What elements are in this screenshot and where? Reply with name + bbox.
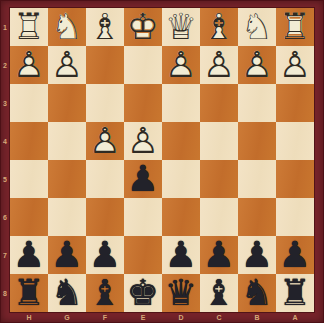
square-c8[interactable]: ♝ (200, 274, 238, 312)
piece-outline: ♙ (238, 46, 276, 84)
file-label-h: H (10, 312, 48, 323)
square-a8[interactable]: ♜ (276, 274, 314, 312)
white-pawn-h2[interactable]: ♟♙ (10, 46, 48, 84)
piece-fill: ♟ (124, 160, 162, 198)
square-c1[interactable]: ♝♗ (200, 8, 238, 46)
black-pawn-c7[interactable]: ♟ (200, 236, 238, 274)
piece-outline: ♘ (238, 8, 276, 46)
piece-fill: ♟ (238, 236, 276, 274)
white-queen-d1[interactable]: ♛♕ (162, 8, 200, 46)
square-h5[interactable] (10, 160, 48, 198)
square-e8[interactable]: ♚ (124, 274, 162, 312)
black-bishop-f8[interactable]: ♝ (86, 274, 124, 312)
piece-outline: ♗ (86, 8, 124, 46)
square-a3[interactable] (276, 84, 314, 122)
piece-fill: ♟ (276, 236, 314, 274)
piece-fill: ♟ (200, 236, 238, 274)
black-pawn-d7[interactable]: ♟ (162, 236, 200, 274)
piece-outline: ♖ (276, 8, 314, 46)
square-d3[interactable] (162, 84, 200, 122)
piece-outline: ♙ (162, 46, 200, 84)
piece-fill: ♛ (162, 274, 200, 312)
square-e4[interactable]: ♟♙ (124, 122, 162, 160)
square-d7[interactable]: ♟ (162, 236, 200, 274)
square-b2[interactable]: ♟♙ (238, 46, 276, 84)
black-pawn-e5[interactable]: ♟ (124, 160, 162, 198)
square-h2[interactable]: ♟♙ (10, 46, 48, 84)
square-c5[interactable] (200, 160, 238, 198)
white-king-e1[interactable]: ♚♔ (124, 8, 162, 46)
square-h7[interactable]: ♟ (10, 236, 48, 274)
black-bishop-c8[interactable]: ♝ (200, 274, 238, 312)
rank-label-6: 6 (0, 198, 10, 236)
piece-outline: ♙ (200, 46, 238, 84)
square-g6[interactable] (48, 198, 86, 236)
rank-label-1: 1 (0, 8, 10, 46)
piece-fill: ♜ (276, 274, 314, 312)
square-f1[interactable]: ♝♗ (86, 8, 124, 46)
file-label-b: B (238, 312, 276, 323)
rank-label-4: 4 (0, 122, 10, 160)
white-pawn-f4[interactable]: ♟♙ (86, 122, 124, 160)
square-e7[interactable] (124, 236, 162, 274)
chess-board: ♜♖♞♘♝♗♚♔♛♕♝♗♞♘♜♖♟♙♟♙♟♙♟♙♟♙♟♙♟♙♟♙♟♟♟♟♟♟♟♟… (10, 8, 314, 312)
square-g2[interactable]: ♟♙ (48, 46, 86, 84)
piece-outline: ♙ (86, 122, 124, 160)
file-label-d: D (162, 312, 200, 323)
square-g1[interactable]: ♞♘ (48, 8, 86, 46)
piece-fill: ♝ (86, 274, 124, 312)
square-c7[interactable]: ♟ (200, 236, 238, 274)
square-a2[interactable]: ♟♙ (276, 46, 314, 84)
piece-fill: ♞ (48, 274, 86, 312)
white-bishop-f1[interactable]: ♝♗ (86, 8, 124, 46)
square-a7[interactable]: ♟ (276, 236, 314, 274)
square-c3[interactable] (200, 84, 238, 122)
piece-fill: ♟ (48, 236, 86, 274)
square-d5[interactable] (162, 160, 200, 198)
square-b4[interactable] (238, 122, 276, 160)
square-e1[interactable]: ♚♔ (124, 8, 162, 46)
rank-label-2: 2 (0, 46, 10, 84)
piece-fill: ♟ (86, 236, 124, 274)
square-h4[interactable] (10, 122, 48, 160)
piece-fill: ♚ (124, 274, 162, 312)
white-pawn-c2[interactable]: ♟♙ (200, 46, 238, 84)
black-rook-a8[interactable]: ♜ (276, 274, 314, 312)
black-knight-g8[interactable]: ♞ (48, 274, 86, 312)
square-a6[interactable] (276, 198, 314, 236)
square-f8[interactable]: ♝ (86, 274, 124, 312)
piece-outline: ♗ (200, 8, 238, 46)
square-f7[interactable]: ♟ (86, 236, 124, 274)
black-pawn-b7[interactable]: ♟ (238, 236, 276, 274)
piece-fill: ♝ (200, 274, 238, 312)
square-c6[interactable] (200, 198, 238, 236)
square-c4[interactable] (200, 122, 238, 160)
square-b7[interactable]: ♟ (238, 236, 276, 274)
square-b8[interactable]: ♞ (238, 274, 276, 312)
square-d8[interactable]: ♛ (162, 274, 200, 312)
square-c2[interactable]: ♟♙ (200, 46, 238, 84)
piece-fill: ♟ (162, 236, 200, 274)
square-e3[interactable] (124, 84, 162, 122)
square-h3[interactable] (10, 84, 48, 122)
file-label-c: C (200, 312, 238, 323)
white-pawn-e4[interactable]: ♟♙ (124, 122, 162, 160)
square-f5[interactable] (86, 160, 124, 198)
white-rook-h1[interactable]: ♜♖ (10, 8, 48, 46)
square-g4[interactable] (48, 122, 86, 160)
square-a5[interactable] (276, 160, 314, 198)
piece-outline: ♙ (276, 46, 314, 84)
black-knight-b8[interactable]: ♞ (238, 274, 276, 312)
square-b6[interactable] (238, 198, 276, 236)
piece-fill: ♞ (238, 274, 276, 312)
square-a1[interactable]: ♜♖ (276, 8, 314, 46)
white-pawn-a2[interactable]: ♟♙ (276, 46, 314, 84)
rank-coordinates: 12345678 (0, 8, 10, 312)
rank-label-5: 5 (0, 160, 10, 198)
square-g8[interactable]: ♞ (48, 274, 86, 312)
square-b1[interactable]: ♞♘ (238, 8, 276, 46)
piece-outline: ♘ (48, 8, 86, 46)
square-f2[interactable] (86, 46, 124, 84)
square-e6[interactable] (124, 198, 162, 236)
square-g7[interactable]: ♟ (48, 236, 86, 274)
white-knight-g1[interactable]: ♞♘ (48, 8, 86, 46)
black-queen-d8[interactable]: ♛ (162, 274, 200, 312)
square-g3[interactable] (48, 84, 86, 122)
white-knight-b1[interactable]: ♞♘ (238, 8, 276, 46)
square-d1[interactable]: ♛♕ (162, 8, 200, 46)
square-e2[interactable] (124, 46, 162, 84)
piece-outline: ♙ (48, 46, 86, 84)
black-pawn-f7[interactable]: ♟ (86, 236, 124, 274)
black-rook-h8[interactable]: ♜ (10, 274, 48, 312)
square-b3[interactable] (238, 84, 276, 122)
square-h1[interactable]: ♜♖ (10, 8, 48, 46)
square-d6[interactable] (162, 198, 200, 236)
black-pawn-a7[interactable]: ♟ (276, 236, 314, 274)
rank-label-7: 7 (0, 236, 10, 274)
white-rook-a1[interactable]: ♜♖ (276, 8, 314, 46)
square-f6[interactable] (86, 198, 124, 236)
square-g5[interactable] (48, 160, 86, 198)
file-label-e: E (124, 312, 162, 323)
file-label-a: A (276, 312, 314, 323)
piece-outline: ♙ (10, 46, 48, 84)
piece-outline: ♙ (124, 122, 162, 160)
square-b5[interactable] (238, 160, 276, 198)
square-a4[interactable] (276, 122, 314, 160)
square-e5[interactable]: ♟ (124, 160, 162, 198)
piece-fill: ♟ (10, 236, 48, 274)
square-f3[interactable] (86, 84, 124, 122)
white-pawn-b2[interactable]: ♟♙ (238, 46, 276, 84)
square-d2[interactable]: ♟♙ (162, 46, 200, 84)
piece-outline: ♕ (162, 8, 200, 46)
piece-outline: ♔ (124, 8, 162, 46)
chess-board-frame: ♜♖♞♘♝♗♚♔♛♕♝♗♞♘♜♖♟♙♟♙♟♙♟♙♟♙♟♙♟♙♟♙♟♟♟♟♟♟♟♟… (0, 0, 324, 323)
square-h8[interactable]: ♜ (10, 274, 48, 312)
black-king-e8[interactable]: ♚ (124, 274, 162, 312)
piece-fill: ♜ (10, 274, 48, 312)
square-d4[interactable] (162, 122, 200, 160)
square-h6[interactable] (10, 198, 48, 236)
black-pawn-h7[interactable]: ♟ (10, 236, 48, 274)
rank-label-8: 8 (0, 274, 10, 312)
white-pawn-g2[interactable]: ♟♙ (48, 46, 86, 84)
file-label-g: G (48, 312, 86, 323)
white-bishop-c1[interactable]: ♝♗ (200, 8, 238, 46)
black-pawn-g7[interactable]: ♟ (48, 236, 86, 274)
square-f4[interactable]: ♟♙ (86, 122, 124, 160)
white-pawn-d2[interactable]: ♟♙ (162, 46, 200, 84)
rank-label-3: 3 (0, 84, 10, 122)
piece-outline: ♖ (10, 8, 48, 46)
file-label-f: F (86, 312, 124, 323)
file-coordinates: HGFEDCBA (10, 312, 314, 323)
